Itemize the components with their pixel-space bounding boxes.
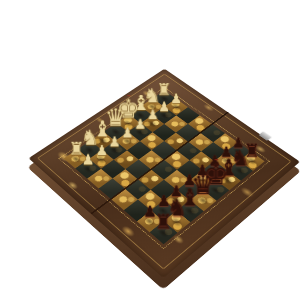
chess-set-photo: ♜♟♟♜♞♟♟♞♝♟♟♝♚♟♟♚♛♟♟♛♝♟♟♝♞♟♟♞♜♟♟♜ <box>0 0 300 300</box>
chess-board: ♜♟♟♜♞♟♟♞♝♟♟♝♚♟♟♚♛♟♟♛♝♟♟♝♞♟♟♞♜♟♟♜ <box>29 69 300 278</box>
king-finial-icon <box>214 156 217 160</box>
king-finial-icon <box>127 92 130 96</box>
black-rook[interactable]: ♜ <box>149 210 177 233</box>
white-pawn[interactable]: ♟ <box>75 151 101 168</box>
